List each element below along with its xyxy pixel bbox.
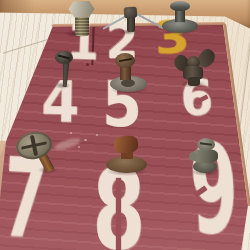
peg-shadow xyxy=(54,82,71,89)
nut-wing-bump xyxy=(189,152,197,161)
washer-center xyxy=(121,79,135,87)
photo-scene: 1 2 3 4 5 6 7 8 9 xyxy=(0,0,250,250)
paint-speck xyxy=(78,146,80,148)
bolt-head xyxy=(124,7,138,19)
floor-plank-seam xyxy=(3,39,47,54)
paint-smudge xyxy=(53,136,81,152)
paint-speck xyxy=(96,134,98,136)
bolt-shaft xyxy=(75,14,89,36)
bolt-head xyxy=(170,1,190,11)
paint-speck xyxy=(84,139,87,141)
stencil-bridge-8 xyxy=(116,178,121,250)
nut-base xyxy=(188,77,200,86)
